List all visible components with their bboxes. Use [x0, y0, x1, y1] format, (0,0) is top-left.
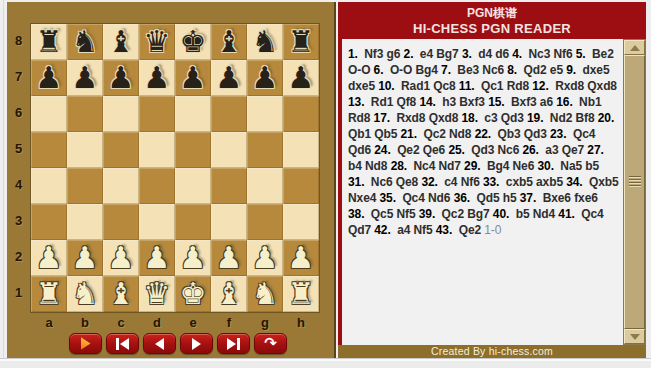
square-g7: ♟	[247, 60, 283, 96]
play-orange-icon	[81, 337, 91, 350]
square-e4	[175, 168, 211, 204]
square-d5	[139, 132, 175, 168]
move-number: 19.	[527, 111, 543, 125]
move-number: 10.	[378, 79, 394, 93]
square-h6	[283, 96, 319, 132]
square-d7: ♟	[139, 60, 175, 96]
square-d2: ♟	[139, 240, 175, 276]
file-label-a: a	[31, 314, 67, 332]
move-number: 18.	[462, 111, 478, 125]
move-number: 1.	[348, 47, 358, 61]
move-number: 30.	[538, 159, 554, 173]
scroll-up-button[interactable]	[624, 40, 645, 55]
move-number: 25.	[448, 143, 464, 157]
move-number: 32.	[421, 175, 437, 189]
square-d3	[139, 204, 175, 240]
move-number: 22.	[475, 127, 491, 141]
square-c2: ♟	[103, 240, 139, 276]
move-number: 40.	[493, 207, 509, 221]
square-c5	[103, 132, 139, 168]
square-a4	[31, 168, 67, 204]
game-result: 1-0	[484, 223, 501, 237]
black-bishop: ♝	[108, 24, 135, 60]
thumb-grip-icon	[629, 174, 641, 188]
rank-label-4: 4	[7, 167, 30, 203]
file-label-c: c	[103, 314, 139, 332]
square-f7: ♟	[211, 60, 247, 96]
move-number: 3.	[462, 47, 472, 61]
move-number: 31.	[348, 175, 364, 189]
white-pawn: ♟	[144, 240, 171, 276]
square-a2: ♟	[31, 240, 67, 276]
square-h4	[283, 168, 319, 204]
black-rook: ♜	[288, 24, 315, 60]
scrollbar-thumb[interactable]	[624, 55, 645, 329]
move-number: 5.	[576, 47, 586, 61]
square-g8: ♞	[247, 24, 283, 60]
move-number: 29.	[464, 159, 480, 173]
prev-move-button[interactable]	[143, 333, 176, 354]
move-number: 23.	[550, 127, 566, 141]
square-d6	[139, 96, 175, 132]
move-number: 38.	[348, 207, 364, 221]
first-move-button[interactable]	[106, 333, 139, 354]
square-h7: ♟	[283, 60, 319, 96]
square-c6	[103, 96, 139, 132]
black-pawn: ♟	[108, 60, 135, 96]
autoplay-button[interactable]	[69, 333, 102, 354]
move-number: 15.	[488, 95, 504, 109]
square-e6	[175, 96, 211, 132]
square-e7: ♟	[175, 60, 211, 96]
move-number: 34.	[566, 175, 582, 189]
move-number: 2.	[404, 47, 414, 61]
square-b1: ♞	[67, 276, 103, 312]
rank-label-5: 5	[7, 131, 30, 167]
down-arrow-icon	[630, 334, 640, 340]
white-rook: ♜	[288, 276, 315, 312]
file-label-d: d	[139, 314, 175, 332]
square-d8: ♛	[139, 24, 175, 60]
rank-label-1: 1	[7, 275, 30, 311]
square-b8: ♞	[67, 24, 103, 60]
move-number: 14.	[419, 95, 435, 109]
black-rook: ♜	[36, 24, 63, 60]
move-number: 33.	[483, 175, 499, 189]
white-queen: ♛	[144, 276, 171, 312]
move-number: 36.	[454, 191, 470, 205]
move-number: 41.	[558, 207, 574, 221]
file-label-f: f	[211, 314, 247, 332]
square-h5	[283, 132, 319, 168]
square-c8: ♝	[103, 24, 139, 60]
square-e5	[175, 132, 211, 168]
square-g3	[247, 204, 283, 240]
file-label-b: b	[67, 314, 103, 332]
white-pawn: ♟	[36, 240, 63, 276]
black-pawn: ♟	[144, 60, 171, 96]
move-number: 20.	[598, 111, 614, 125]
move-number: 28.	[391, 159, 407, 173]
move-number: 21.	[401, 127, 417, 141]
square-h3	[283, 204, 319, 240]
move-number: 9.	[566, 63, 576, 77]
rank-label-7: 7	[7, 59, 30, 95]
title-chinese: PGN棋谱	[338, 6, 646, 21]
square-c1: ♝	[103, 276, 139, 312]
rank-labels: 87654321	[7, 23, 30, 311]
square-c3	[103, 204, 139, 240]
square-f6	[211, 96, 247, 132]
move-number: 43.	[436, 223, 452, 237]
square-c4	[103, 168, 139, 204]
white-pawn: ♟	[252, 240, 279, 276]
square-b7: ♟	[67, 60, 103, 96]
step-back-icon	[155, 338, 164, 350]
window-edge	[3, 0, 4, 360]
black-pawn: ♟	[36, 60, 63, 96]
white-pawn: ♟	[216, 240, 243, 276]
scrollbar[interactable]	[623, 39, 646, 345]
square-b4	[67, 168, 103, 204]
square-c7: ♟	[103, 60, 139, 96]
square-d1: ♛	[139, 276, 175, 312]
square-a6	[31, 96, 67, 132]
square-e3	[175, 204, 211, 240]
window-bottom-edge	[0, 358, 651, 368]
square-e1: ♚	[175, 276, 211, 312]
redo-button[interactable]: ↷	[254, 333, 287, 354]
square-b5	[67, 132, 103, 168]
black-knight: ♞	[252, 24, 279, 60]
square-a1: ♜	[31, 276, 67, 312]
white-knight: ♞	[72, 276, 99, 312]
move-number: 24.	[374, 143, 390, 157]
square-b2: ♟	[67, 240, 103, 276]
square-f5	[211, 132, 247, 168]
move-number: 35.	[380, 191, 396, 205]
move-number: 4.	[512, 47, 522, 61]
square-f4	[211, 168, 247, 204]
move-number: 37.	[520, 191, 536, 205]
black-bishop: ♝	[216, 24, 243, 60]
black-pawn: ♟	[288, 60, 315, 96]
move-number: 42.	[374, 223, 390, 237]
square-f3	[211, 204, 247, 240]
rank-label-6: 6	[7, 95, 30, 131]
square-a7: ♟	[31, 60, 67, 96]
rank-label-2: 2	[7, 239, 30, 275]
panel-header: PGN棋谱 HI-CHESS PGN READER	[338, 2, 646, 39]
move-number: 39.	[419, 207, 435, 221]
square-h2: ♟	[283, 240, 319, 276]
next-move-button[interactable]	[180, 333, 213, 354]
last-move-button[interactable]	[217, 333, 250, 354]
move-number: 12.	[532, 79, 548, 93]
file-label-e: e	[175, 314, 211, 332]
move-number: 27.	[587, 143, 603, 157]
square-g4	[247, 168, 283, 204]
square-g5	[247, 132, 283, 168]
square-g6	[247, 96, 283, 132]
white-bishop: ♝	[108, 276, 135, 312]
curved-arrow-icon: ↷	[264, 336, 277, 351]
black-pawn: ♟	[216, 60, 243, 96]
file-labels: abcdefgh	[31, 314, 319, 332]
square-f1: ♝	[211, 276, 247, 312]
square-g2: ♟	[247, 240, 283, 276]
playback-controls: ↷	[69, 333, 287, 354]
black-knight: ♞	[72, 24, 99, 60]
square-b3	[67, 204, 103, 240]
skip-to-end-icon	[227, 338, 236, 350]
square-h1: ♜	[283, 276, 319, 312]
square-e2: ♟	[175, 240, 211, 276]
white-pawn: ♟	[108, 240, 135, 276]
title-english: HI-CHESS PGN READER	[338, 21, 646, 36]
chess-board: ♜♞♝♛♚♝♞♜♟♟♟♟♟♟♟♟♟♟♟♟♟♟♟♟♜♞♝♛♚♝♞♜	[30, 23, 320, 313]
black-pawn: ♟	[252, 60, 279, 96]
square-h8: ♜	[283, 24, 319, 60]
up-arrow-icon	[630, 45, 640, 51]
square-d4	[139, 168, 175, 204]
black-pawn: ♟	[72, 60, 99, 96]
white-bishop: ♝	[216, 276, 243, 312]
square-a8: ♜	[31, 24, 67, 60]
white-king: ♚	[180, 276, 207, 312]
movetext[interactable]: 1. Nf3 g6 2. e4 Bg7 3. d4 d6 4. Nc3 Nf6 …	[342, 39, 623, 345]
rank-label-3: 3	[7, 203, 30, 239]
file-label-g: g	[247, 314, 283, 332]
move-number: 16.	[556, 95, 572, 109]
rank-label-8: 8	[7, 23, 30, 59]
board-panel: 87654321 ♜♞♝♛♚♝♞♜♟♟♟♟♟♟♟♟♟♟♟♟♟♟♟♟♜♞♝♛♚♝♞…	[7, 2, 336, 358]
scroll-down-button[interactable]	[624, 329, 645, 344]
move-number: 6.	[374, 63, 384, 77]
white-pawn: ♟	[180, 240, 207, 276]
move-number: 26.	[522, 143, 538, 157]
pgn-panel: PGN棋谱 HI-CHESS PGN READER 1. Nf3 g6 2. e…	[338, 2, 646, 358]
move-number: 17.	[374, 111, 390, 125]
square-a5	[31, 132, 67, 168]
pgn-reader-window: 87654321 ♜♞♝♛♚♝♞♜♟♟♟♟♟♟♟♟♟♟♟♟♟♟♟♟♜♞♝♛♚♝♞…	[0, 0, 651, 368]
square-f2: ♟	[211, 240, 247, 276]
skip-to-start-icon	[116, 338, 119, 350]
file-label-h: h	[283, 314, 319, 332]
move-number: 8.	[507, 63, 517, 77]
black-pawn: ♟	[180, 60, 207, 96]
move-number: 7.	[441, 63, 451, 77]
white-knight: ♞	[252, 276, 279, 312]
black-queen: ♛	[144, 24, 171, 60]
black-king: ♚	[180, 24, 207, 60]
step-forward-icon	[192, 338, 201, 350]
square-f8: ♝	[211, 24, 247, 60]
white-pawn: ♟	[288, 240, 315, 276]
square-e8: ♚	[175, 24, 211, 60]
white-rook: ♜	[36, 276, 63, 312]
white-pawn: ♟	[72, 240, 99, 276]
move-number: 11.	[459, 79, 475, 93]
move-number: 13.	[348, 95, 364, 109]
square-a3	[31, 204, 67, 240]
panel-footer: Created By hi-chess.com	[338, 345, 646, 358]
square-g1: ♞	[247, 276, 283, 312]
panel-body: 1. Nf3 g6 2. e4 Bg7 3. d4 d6 4. Nc3 Nf6 …	[338, 39, 646, 345]
square-b6	[67, 96, 103, 132]
